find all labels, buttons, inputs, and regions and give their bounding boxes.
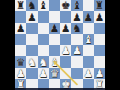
square-h1[interactable]: ♜ [94, 79, 105, 90]
piece-black-pawn[interactable]: ♟ [49, 23, 60, 34]
square-a3[interactable]: ♛ [15, 56, 26, 67]
piece-black-pawn[interactable]: ♟ [15, 23, 26, 34]
piece-black-bishop[interactable]: ♝ [71, 0, 82, 11]
square-e4[interactable]: ♟ [60, 45, 71, 56]
square-b2[interactable] [26, 68, 37, 79]
square-b3[interactable]: ♞ [26, 56, 37, 67]
piece-black-rook[interactable]: ♜ [15, 0, 26, 11]
square-g2[interactable]: ♟ [83, 68, 94, 79]
square-h2[interactable]: ♟ [94, 68, 105, 79]
square-f7[interactable]: ♟ [71, 11, 82, 22]
square-d2[interactable]: ♛ [49, 68, 60, 79]
piece-white-pawn[interactable]: ♟ [83, 68, 94, 79]
piece-white-pawn[interactable]: ♟ [71, 45, 82, 56]
square-a4[interactable] [15, 45, 26, 56]
square-f8[interactable]: ♝ [71, 0, 82, 11]
square-b5[interactable] [26, 34, 37, 45]
square-e7[interactable] [60, 11, 71, 22]
square-d1[interactable] [49, 79, 60, 90]
square-b4[interactable] [26, 45, 37, 56]
square-d6[interactable]: ♟ [49, 23, 60, 34]
square-e6[interactable]: ♟ [60, 23, 71, 34]
piece-white-pawn[interactable]: ♟ [94, 68, 105, 79]
square-b6[interactable] [26, 23, 37, 34]
piece-white-pawn[interactable]: ♟ [60, 45, 71, 56]
square-h5[interactable] [94, 34, 105, 45]
square-a5[interactable] [15, 34, 26, 45]
square-e2[interactable] [60, 68, 71, 79]
piece-white-rook[interactable]: ♜ [15, 79, 26, 90]
piece-black-knight[interactable]: ♞ [71, 23, 82, 34]
square-c1[interactable] [38, 79, 49, 90]
square-d3[interactable]: ♝ [49, 56, 60, 67]
piece-black-pawn[interactable]: ♟ [60, 23, 71, 34]
square-c6[interactable] [38, 23, 49, 34]
piece-black-pawn[interactable]: ♟ [26, 11, 37, 22]
square-e3[interactable] [60, 56, 71, 67]
square-g6[interactable] [83, 23, 94, 34]
square-a8[interactable]: ♜ [15, 0, 26, 11]
piece-white-king[interactable]: ♚ [60, 79, 71, 90]
square-c7[interactable] [38, 11, 49, 22]
square-e8[interactable]: ♚ [60, 0, 71, 11]
square-f2[interactable] [71, 68, 82, 79]
piece-white-rook[interactable]: ♜ [94, 79, 105, 90]
square-g7[interactable]: ♟ [83, 11, 94, 22]
piece-black-knight[interactable]: ♞ [26, 0, 37, 11]
chess-board[interactable]: ♜♞♝♚♝♜♟♟♟♟♟♟♟♞♝♟♟♛♞♞♝♟♟♛♟♟♜♚♜ [15, 0, 105, 90]
square-g3[interactable] [83, 56, 94, 67]
piece-white-queen[interactable]: ♛ [49, 68, 60, 79]
letterbox-right [105, 0, 120, 90]
square-c5[interactable] [38, 34, 49, 45]
square-d4[interactable] [49, 45, 60, 56]
letterbox-left [0, 0, 15, 90]
piece-white-knight[interactable]: ♞ [26, 56, 37, 67]
square-h4[interactable] [94, 45, 105, 56]
square-c3[interactable]: ♞ [38, 56, 49, 67]
square-c2[interactable]: ♟ [38, 68, 49, 79]
piece-black-pawn[interactable]: ♟ [94, 11, 105, 22]
square-h8[interactable]: ♜ [94, 0, 105, 11]
square-d8[interactable] [49, 0, 60, 11]
square-g5[interactable]: ♝ [83, 34, 94, 45]
square-a6[interactable]: ♟ [15, 23, 26, 34]
square-f1[interactable] [71, 79, 82, 90]
piece-white-knight[interactable]: ♞ [38, 56, 49, 67]
piece-white-pawn[interactable]: ♟ [38, 68, 49, 79]
piece-black-pawn[interactable]: ♟ [71, 11, 82, 22]
square-g8[interactable] [83, 0, 94, 11]
square-b1[interactable] [26, 79, 37, 90]
square-f5[interactable] [71, 34, 82, 45]
square-e1[interactable]: ♚ [60, 79, 71, 90]
piece-white-pawn[interactable]: ♟ [15, 68, 26, 79]
piece-black-bishop[interactable]: ♝ [38, 0, 49, 11]
square-f4[interactable]: ♟ [71, 45, 82, 56]
video-frame: ♜♞♝♚♝♜♟♟♟♟♟♟♟♞♝♟♟♛♞♞♝♟♟♛♟♟♜♚♜ [0, 0, 120, 90]
piece-black-rook[interactable]: ♜ [94, 0, 105, 11]
square-f6[interactable]: ♞ [71, 23, 82, 34]
square-d5[interactable] [49, 34, 60, 45]
piece-black-queen[interactable]: ♛ [15, 56, 26, 67]
square-f3[interactable] [71, 56, 82, 67]
square-c8[interactable]: ♝ [38, 0, 49, 11]
square-b8[interactable]: ♞ [26, 0, 37, 11]
square-a7[interactable] [15, 11, 26, 22]
square-g1[interactable] [83, 79, 94, 90]
square-h3[interactable] [94, 56, 105, 67]
piece-white-bishop[interactable]: ♝ [49, 56, 60, 67]
square-a2[interactable]: ♟ [15, 68, 26, 79]
square-h7[interactable]: ♟ [94, 11, 105, 22]
square-g4[interactable] [83, 45, 94, 56]
square-b7[interactable]: ♟ [26, 11, 37, 22]
piece-white-bishop[interactable]: ♝ [83, 34, 94, 45]
square-c4[interactable] [38, 45, 49, 56]
square-d7[interactable] [49, 11, 60, 22]
square-e5[interactable] [60, 34, 71, 45]
piece-black-pawn[interactable]: ♟ [83, 11, 94, 22]
square-h6[interactable] [94, 23, 105, 34]
piece-black-king[interactable]: ♚ [60, 0, 71, 11]
square-a1[interactable]: ♜ [15, 79, 26, 90]
